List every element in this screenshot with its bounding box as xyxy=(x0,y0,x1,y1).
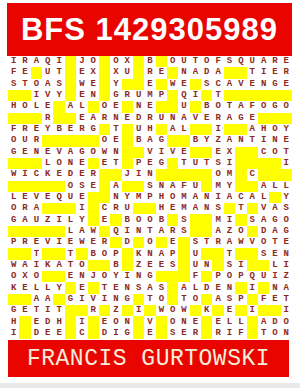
letter-cell: I xyxy=(224,214,235,225)
letter-cell: X xyxy=(110,67,121,78)
letter-cell: T xyxy=(53,67,64,78)
letter-cell: W xyxy=(8,260,19,271)
letter-cell: O xyxy=(167,192,178,203)
empty-cell xyxy=(42,203,53,214)
letter-cell: R xyxy=(269,56,280,67)
letter-cell: R xyxy=(110,203,121,214)
letter-cell: T xyxy=(19,79,30,90)
letter-cell: V xyxy=(42,90,53,101)
letter-cell: U xyxy=(65,192,76,203)
letter-cell: T xyxy=(212,90,223,101)
letter-cell: N xyxy=(65,158,76,169)
empty-cell xyxy=(235,282,246,293)
empty-cell xyxy=(156,124,167,135)
empty-cell xyxy=(42,271,53,282)
empty-cell xyxy=(201,124,212,135)
letter-cell: H xyxy=(53,316,64,327)
empty-cell xyxy=(88,328,99,339)
letter-cell: B xyxy=(122,214,133,225)
empty-cell xyxy=(53,101,64,112)
empty-cell xyxy=(247,248,258,259)
letter-cell: L xyxy=(31,101,42,112)
empty-cell xyxy=(258,158,269,169)
empty-cell xyxy=(269,113,280,124)
empty-cell xyxy=(247,260,258,271)
letter-cell: O xyxy=(110,56,121,67)
letter-cell: T xyxy=(201,237,212,248)
empty-cell xyxy=(19,113,30,124)
letter-cell: O xyxy=(269,147,280,158)
letter-cell: O xyxy=(31,271,42,282)
letter-cell: A xyxy=(224,135,235,146)
empty-cell xyxy=(65,282,76,293)
letter-cell: O xyxy=(76,260,87,271)
letter-cell: T xyxy=(269,237,280,248)
letter-cell: A xyxy=(281,282,292,293)
empty-cell xyxy=(65,135,76,146)
empty-cell xyxy=(88,316,99,327)
empty-cell xyxy=(167,271,178,282)
empty-cell xyxy=(178,248,189,259)
letter-cell: C xyxy=(31,169,42,180)
empty-cell xyxy=(269,158,280,169)
letter-cell: F xyxy=(8,124,19,135)
letter-cell: O xyxy=(212,169,223,180)
letter-cell: T xyxy=(178,158,189,169)
empty-cell xyxy=(133,56,144,67)
empty-cell xyxy=(19,181,30,192)
empty-cell xyxy=(201,328,212,339)
letter-cell: A xyxy=(42,79,53,90)
letter-cell: O xyxy=(88,147,99,158)
letter-cell: P xyxy=(235,271,246,282)
empty-cell xyxy=(122,79,133,90)
letter-cell: W xyxy=(76,79,87,90)
empty-cell xyxy=(99,169,110,180)
empty-cell xyxy=(133,203,144,214)
letter-cell: L xyxy=(65,214,76,225)
letter-cell: E xyxy=(122,113,133,124)
letter-cell: P xyxy=(144,192,155,203)
empty-cell xyxy=(42,248,53,259)
letter-cell: R xyxy=(19,56,30,67)
empty-cell xyxy=(190,214,201,225)
letter-cell: E xyxy=(76,67,87,78)
letter-cell: E xyxy=(144,328,155,339)
letter-cell: U xyxy=(190,260,201,271)
letter-cell: O xyxy=(99,248,110,259)
letter-cell: R xyxy=(19,237,30,248)
letter-cell: E xyxy=(76,282,87,293)
letter-cell: I xyxy=(281,158,292,169)
letter-cell: M xyxy=(178,192,189,203)
letter-cell: K xyxy=(42,260,53,271)
letter-cell: E xyxy=(156,260,167,271)
letter-cell: Z xyxy=(281,271,292,282)
empty-cell xyxy=(133,147,144,158)
letter-cell: R xyxy=(212,328,223,339)
empty-cell xyxy=(133,328,144,339)
empty-cell xyxy=(99,79,110,90)
letter-cell: A xyxy=(65,101,76,112)
letter-cell: G xyxy=(8,305,19,316)
letter-cell: L xyxy=(281,181,292,192)
empty-cell xyxy=(201,226,212,237)
letter-cell: L xyxy=(258,192,269,203)
letter-cell: E xyxy=(19,147,30,158)
letter-cell: E xyxy=(76,158,87,169)
letter-cell: L xyxy=(178,124,189,135)
empty-cell xyxy=(178,135,189,146)
letter-cell: B xyxy=(156,214,167,225)
letter-cell: G xyxy=(8,147,19,158)
letter-cell: Q xyxy=(42,56,53,67)
empty-cell xyxy=(19,226,30,237)
letter-cell: H xyxy=(156,203,167,214)
letter-cell: G xyxy=(65,294,76,305)
empty-cell xyxy=(99,67,110,78)
letter-cell: H xyxy=(156,192,167,203)
letter-cell: E xyxy=(76,192,87,203)
letter-cell: N xyxy=(31,147,42,158)
letter-cell: N xyxy=(110,147,121,158)
empty-cell xyxy=(190,169,201,180)
empty-cell xyxy=(247,90,258,101)
letter-cell: C xyxy=(212,79,223,90)
empty-cell xyxy=(65,305,76,316)
empty-cell xyxy=(156,101,167,112)
letter-cell: S xyxy=(133,282,144,293)
empty-cell xyxy=(235,124,246,135)
empty-cell xyxy=(110,169,121,180)
letter-cell: R xyxy=(122,90,133,101)
letter-cell: C xyxy=(258,147,269,158)
letter-cell: E xyxy=(42,328,53,339)
empty-cell xyxy=(88,192,99,203)
letter-cell: D xyxy=(122,237,133,248)
letter-cell: M xyxy=(133,192,144,203)
letter-cell: L xyxy=(224,316,235,327)
letter-cell: S xyxy=(8,79,19,90)
letter-cell: I xyxy=(247,282,258,293)
letter-cell: N xyxy=(269,282,280,293)
empty-cell xyxy=(247,203,258,214)
letter-cell: A xyxy=(247,124,258,135)
letter-cell: S xyxy=(201,79,212,90)
letter-cell: S xyxy=(167,260,178,271)
letter-cell: N xyxy=(156,181,167,192)
letter-cell: M xyxy=(144,90,155,101)
letter-cell: A xyxy=(224,237,235,248)
letter-cell: N xyxy=(133,271,144,282)
letter-cell: E xyxy=(281,237,292,248)
empty-cell xyxy=(201,169,212,180)
letter-cell: G xyxy=(269,79,280,90)
letter-cell: L xyxy=(269,260,280,271)
letter-cell: A xyxy=(224,79,235,90)
empty-cell xyxy=(8,181,19,192)
letter-cell: D xyxy=(269,316,280,327)
letter-cell: C xyxy=(99,203,110,214)
puzzle-grid: IRAQIJOOXBOUTOFSQUAREFEUTEXXURENADATIERS… xyxy=(8,56,292,339)
letter-cell: E xyxy=(65,271,76,282)
letter-cell: U xyxy=(258,271,269,282)
letter-cell: I xyxy=(235,260,246,271)
letter-cell: I xyxy=(31,90,42,101)
letter-cell: E xyxy=(212,282,223,293)
empty-cell xyxy=(190,124,201,135)
letter-cell: O xyxy=(144,214,155,225)
letter-cell: X xyxy=(19,271,30,282)
letter-cell: N xyxy=(110,192,121,203)
letter-cell: R xyxy=(42,113,53,124)
empty-cell xyxy=(190,147,201,158)
letter-cell: F xyxy=(247,101,258,112)
letter-cell: F xyxy=(190,271,201,282)
letter-cell: N xyxy=(281,248,292,259)
letter-cell: I xyxy=(76,316,87,327)
empty-cell xyxy=(258,90,269,101)
letter-cell: A xyxy=(167,124,178,135)
letter-cell: O xyxy=(88,56,99,67)
empty-cell xyxy=(88,135,99,146)
letter-cell: A xyxy=(65,147,76,158)
empty-cell xyxy=(258,260,269,271)
empty-cell xyxy=(122,181,133,192)
letter-cell: A xyxy=(76,226,87,237)
empty-cell xyxy=(65,79,76,90)
letter-cell: E xyxy=(99,214,110,225)
letter-cell: O xyxy=(167,56,178,67)
letter-cell: V xyxy=(190,113,201,124)
empty-cell xyxy=(53,248,64,259)
empty-cell xyxy=(8,90,19,101)
letter-cell: R xyxy=(88,305,99,316)
letter-cell: E xyxy=(88,79,99,90)
letter-cell: N xyxy=(201,192,212,203)
letter-cell: B xyxy=(110,260,121,271)
letter-cell: U xyxy=(190,158,201,169)
empty-cell xyxy=(178,169,189,180)
letter-cell: A xyxy=(258,181,269,192)
empty-cell xyxy=(88,260,99,271)
empty-cell xyxy=(258,305,269,316)
letter-cell: T xyxy=(144,294,155,305)
letter-cell: T xyxy=(201,158,212,169)
letter-cell: W xyxy=(167,79,178,90)
letter-cell: Q xyxy=(178,90,189,101)
letter-cell: I xyxy=(156,147,167,158)
page-edge-shadow xyxy=(0,383,300,388)
letter-cell: Y xyxy=(53,90,64,101)
letter-cell: O xyxy=(190,294,201,305)
letter-cell: E xyxy=(144,101,155,112)
empty-cell xyxy=(190,101,201,112)
empty-cell xyxy=(156,237,167,248)
letter-cell: Q xyxy=(235,56,246,67)
empty-cell xyxy=(19,90,30,101)
letter-cell: A xyxy=(31,203,42,214)
letter-cell: O xyxy=(281,214,292,225)
empty-cell xyxy=(31,181,42,192)
letter-cell: U xyxy=(31,214,42,225)
letter-cell: O xyxy=(8,271,19,282)
empty-cell xyxy=(247,316,258,327)
letter-cell: B xyxy=(53,124,64,135)
letter-cell: R xyxy=(144,67,155,78)
empty-cell xyxy=(167,169,178,180)
letter-cell: L xyxy=(65,226,76,237)
letter-cell: A xyxy=(178,113,189,124)
letter-cell: O xyxy=(144,237,155,248)
letter-cell: Y xyxy=(76,214,87,225)
letter-cell: R xyxy=(190,328,201,339)
letter-cell: M xyxy=(212,214,223,225)
letter-cell: K xyxy=(201,305,212,316)
empty-cell xyxy=(190,79,201,90)
letter-cell: F xyxy=(212,56,223,67)
letter-cell: E xyxy=(76,113,87,124)
letter-cell: M xyxy=(178,203,189,214)
empty-cell xyxy=(178,260,189,271)
letter-cell: H xyxy=(8,316,19,327)
letter-cell: T xyxy=(110,124,121,135)
letter-cell: J xyxy=(76,56,87,67)
empty-cell xyxy=(235,67,246,78)
empty-cell xyxy=(156,169,167,180)
letter-cell: L xyxy=(42,282,53,293)
letter-cell: D xyxy=(31,328,42,339)
letter-cell: I xyxy=(8,328,19,339)
letter-cell: I xyxy=(133,305,144,316)
letter-cell: E xyxy=(144,79,155,90)
empty-cell xyxy=(88,214,99,225)
letter-cell: V xyxy=(144,147,155,158)
letter-cell: I xyxy=(224,158,235,169)
letter-cell: O xyxy=(269,328,280,339)
letter-cell: Z xyxy=(224,226,235,237)
letter-cell: O xyxy=(201,56,212,67)
empty-cell xyxy=(42,226,53,237)
letter-cell: N xyxy=(281,328,292,339)
letter-cell: N xyxy=(201,203,212,214)
letter-cell: L xyxy=(190,282,201,293)
letter-cell: P xyxy=(156,90,167,101)
letter-cell: L xyxy=(269,181,280,192)
empty-cell xyxy=(167,214,178,225)
letter-cell: W xyxy=(76,237,87,248)
letter-cell: P xyxy=(8,237,19,248)
letter-cell: U xyxy=(19,135,30,146)
letter-cell: W xyxy=(88,226,99,237)
letter-cell: E xyxy=(178,328,189,339)
letter-cell: Y xyxy=(42,124,53,135)
empty-cell xyxy=(31,67,42,78)
letter-cell: O xyxy=(235,226,246,237)
empty-cell xyxy=(122,158,133,169)
letter-cell: U xyxy=(42,67,53,78)
letter-cell: U xyxy=(156,113,167,124)
letter-cell: N xyxy=(133,101,144,112)
letter-cell: A xyxy=(144,135,155,146)
empty-cell xyxy=(88,158,99,169)
empty-cell xyxy=(99,260,110,271)
letter-cell: F xyxy=(235,328,246,339)
letter-cell: E xyxy=(144,158,155,169)
empty-cell xyxy=(235,158,246,169)
letter-cell: A xyxy=(190,203,201,214)
letter-cell: V xyxy=(53,147,64,158)
letter-cell: E xyxy=(247,113,258,124)
empty-cell xyxy=(247,181,258,192)
letter-cell: T xyxy=(281,294,292,305)
empty-cell xyxy=(224,203,235,214)
letter-cell: X xyxy=(224,147,235,158)
empty-cell xyxy=(258,282,269,293)
empty-cell xyxy=(178,271,189,282)
empty-cell xyxy=(8,294,19,305)
empty-cell xyxy=(133,79,144,90)
empty-cell xyxy=(167,135,178,146)
letter-cell: U xyxy=(122,203,133,214)
letter-cell: G xyxy=(269,214,280,225)
letter-cell: A xyxy=(212,294,223,305)
letter-cell: L xyxy=(42,158,53,169)
letter-cell: J xyxy=(88,271,99,282)
empty-cell xyxy=(65,67,76,78)
empty-cell xyxy=(19,294,30,305)
letter-cell: C xyxy=(235,192,246,203)
letter-cell: E xyxy=(99,158,110,169)
empty-cell xyxy=(65,203,76,214)
letter-cell: S xyxy=(224,294,235,305)
empty-cell xyxy=(122,260,133,271)
letter-cell: E xyxy=(201,113,212,124)
letter-cell: G xyxy=(122,328,133,339)
letter-cell: E xyxy=(53,169,64,180)
letter-cell: E xyxy=(224,305,235,316)
letter-cell: I xyxy=(133,169,144,180)
book-title: BFS 1429305989 xyxy=(21,12,278,48)
empty-cell xyxy=(122,147,133,158)
letter-cell: B xyxy=(133,135,144,146)
letter-cell: E xyxy=(76,169,87,180)
letter-cell: S xyxy=(76,181,87,192)
letter-cell: A xyxy=(31,294,42,305)
empty-cell xyxy=(88,282,99,293)
empty-cell xyxy=(8,113,19,124)
empty-cell xyxy=(31,226,42,237)
letter-cell: D xyxy=(258,226,269,237)
empty-cell xyxy=(65,316,76,327)
letter-cell: P xyxy=(167,248,178,259)
letter-cell: A xyxy=(269,226,280,237)
empty-cell xyxy=(133,316,144,327)
letter-cell: R xyxy=(76,124,87,135)
letter-cell: I xyxy=(110,328,121,339)
letter-cell: T xyxy=(224,101,235,112)
letter-cell: E xyxy=(42,101,53,112)
empty-cell xyxy=(190,226,201,237)
empty-cell xyxy=(224,67,235,78)
letter-cell: G xyxy=(110,90,121,101)
empty-cell xyxy=(76,135,87,146)
empty-cell xyxy=(122,305,133,316)
letter-cell: O xyxy=(99,135,110,146)
letter-cell: V xyxy=(31,192,42,203)
letter-cell: A xyxy=(178,282,189,293)
empty-cell xyxy=(133,237,144,248)
